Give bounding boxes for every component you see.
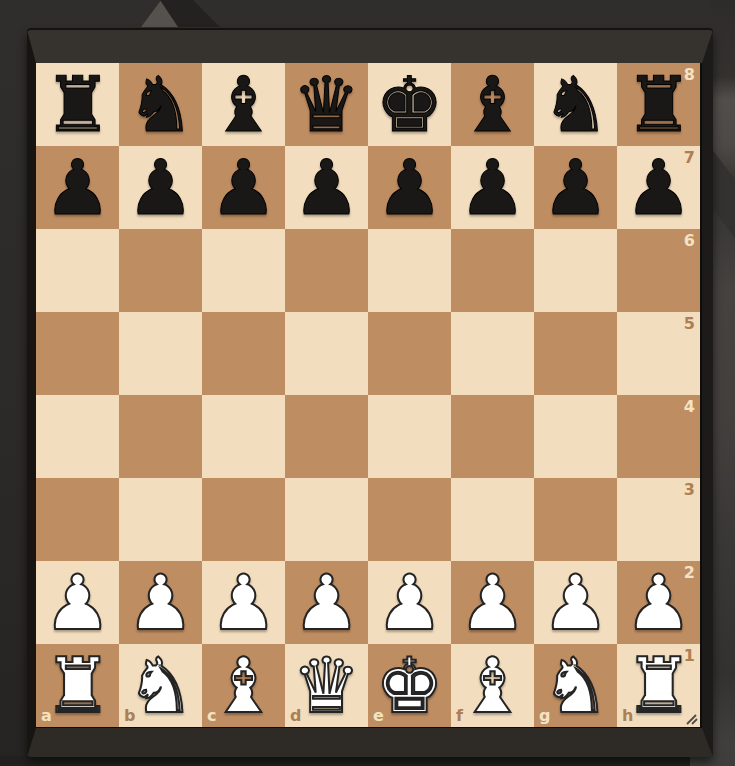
square-h6[interactable]: 6 (617, 229, 700, 312)
square-c1[interactable]: ♝c (202, 644, 285, 727)
square-a1[interactable]: ♜a (36, 644, 119, 727)
square-c4[interactable] (202, 395, 285, 478)
background-bottom-band (0, 756, 735, 766)
square-b8[interactable]: ♞ (119, 63, 202, 146)
square-e1[interactable]: ♚e (368, 644, 451, 727)
chess-board: ♜♞♝♛♚♝♞♜8♟♟♟♟♟♟♟♟76543♟♟♟♟♟♟♟♟2♜a♞b♝c♛d♚… (36, 63, 700, 727)
square-e6[interactable] (368, 229, 451, 312)
square-f4[interactable] (451, 395, 534, 478)
piece-black-pawn[interactable]: ♟ (458, 146, 526, 229)
square-d1[interactable]: ♛d (285, 644, 368, 727)
square-b5[interactable] (119, 312, 202, 395)
piece-white-pawn[interactable]: ♟ (375, 561, 443, 644)
square-b1[interactable]: ♞b (119, 644, 202, 727)
rank-label-8: 8 (684, 67, 695, 83)
square-d4[interactable] (285, 395, 368, 478)
square-b7[interactable]: ♟ (119, 146, 202, 229)
square-f6[interactable] (451, 229, 534, 312)
rank-label-3: 3 (684, 482, 695, 498)
piece-black-pawn[interactable]: ♟ (541, 146, 609, 229)
square-g4[interactable] (534, 395, 617, 478)
square-b4[interactable] (119, 395, 202, 478)
square-h4[interactable]: 4 (617, 395, 700, 478)
square-e5[interactable] (368, 312, 451, 395)
square-d8[interactable]: ♛ (285, 63, 368, 146)
square-a4[interactable] (36, 395, 119, 478)
background-photo-strip (711, 0, 735, 766)
piece-white-knight[interactable]: ♞ (126, 644, 194, 727)
file-label-a: a (41, 708, 52, 724)
piece-white-pawn[interactable]: ♟ (292, 561, 360, 644)
rank-label-6: 6 (684, 233, 695, 249)
square-d6[interactable] (285, 229, 368, 312)
piece-black-pawn[interactable]: ♟ (624, 146, 692, 229)
piece-black-pawn[interactable]: ♟ (375, 146, 443, 229)
square-h5[interactable]: 5 (617, 312, 700, 395)
file-label-b: b (124, 708, 135, 724)
piece-black-pawn[interactable]: ♟ (209, 146, 277, 229)
square-f5[interactable] (451, 312, 534, 395)
piece-white-pawn[interactable]: ♟ (624, 561, 692, 644)
square-c7[interactable]: ♟ (202, 146, 285, 229)
piece-white-queen[interactable]: ♛ (292, 644, 360, 727)
square-e3[interactable] (368, 478, 451, 561)
piece-black-rook[interactable]: ♜ (43, 63, 111, 146)
square-c2[interactable]: ♟ (202, 561, 285, 644)
square-f8[interactable]: ♝ (451, 63, 534, 146)
file-label-g: g (539, 708, 550, 724)
file-label-c: c (207, 708, 216, 724)
rank-label-4: 4 (684, 399, 695, 415)
piece-black-pawn[interactable]: ♟ (126, 146, 194, 229)
square-g7[interactable]: ♟ (534, 146, 617, 229)
square-g6[interactable] (534, 229, 617, 312)
piece-black-rook[interactable]: ♜ (624, 63, 692, 146)
piece-black-king[interactable]: ♚ (375, 63, 443, 146)
piece-white-pawn[interactable]: ♟ (126, 561, 194, 644)
square-a6[interactable] (36, 229, 119, 312)
square-f1[interactable]: ♝f (451, 644, 534, 727)
square-c8[interactable]: ♝ (202, 63, 285, 146)
square-d7[interactable]: ♟ (285, 146, 368, 229)
square-h3[interactable]: 3 (617, 478, 700, 561)
piece-black-knight[interactable]: ♞ (541, 63, 609, 146)
piece-white-pawn[interactable]: ♟ (209, 561, 277, 644)
square-c6[interactable] (202, 229, 285, 312)
square-e4[interactable] (368, 395, 451, 478)
square-b3[interactable] (119, 478, 202, 561)
piece-black-queen[interactable]: ♛ (292, 63, 360, 146)
file-label-f: f (456, 708, 463, 724)
square-f2[interactable]: ♟ (451, 561, 534, 644)
file-label-h: h (622, 708, 633, 724)
piece-white-knight[interactable]: ♞ (541, 644, 609, 727)
piece-black-bishop[interactable]: ♝ (458, 63, 526, 146)
square-d5[interactable] (285, 312, 368, 395)
square-a3[interactable] (36, 478, 119, 561)
piece-white-pawn[interactable]: ♟ (458, 561, 526, 644)
square-e2[interactable]: ♟ (368, 561, 451, 644)
square-g5[interactable] (534, 312, 617, 395)
square-e7[interactable]: ♟ (368, 146, 451, 229)
square-d2[interactable]: ♟ (285, 561, 368, 644)
square-h2[interactable]: ♟2 (617, 561, 700, 644)
square-b2[interactable]: ♟ (119, 561, 202, 644)
square-h7[interactable]: ♟7 (617, 146, 700, 229)
file-label-d: d (290, 708, 301, 724)
piece-white-pawn[interactable]: ♟ (43, 561, 111, 644)
piece-white-bishop[interactable]: ♝ (458, 644, 526, 727)
square-g3[interactable] (534, 478, 617, 561)
square-f7[interactable]: ♟ (451, 146, 534, 229)
rank-label-2: 2 (684, 565, 695, 581)
square-f3[interactable] (451, 478, 534, 561)
rank-label-5: 5 (684, 316, 695, 332)
piece-black-bishop[interactable]: ♝ (209, 63, 277, 146)
square-h1[interactable]: ♜1h (617, 644, 700, 727)
piece-white-bishop[interactable]: ♝ (209, 644, 277, 727)
board-resize-handle[interactable] (683, 710, 699, 726)
piece-black-knight[interactable]: ♞ (126, 63, 194, 146)
square-d3[interactable] (285, 478, 368, 561)
square-g8[interactable]: ♞ (534, 63, 617, 146)
piece-white-king[interactable]: ♚ (375, 644, 443, 727)
square-a2[interactable]: ♟ (36, 561, 119, 644)
square-a5[interactable] (36, 312, 119, 395)
piece-black-pawn[interactable]: ♟ (43, 146, 111, 229)
piece-black-pawn[interactable]: ♟ (292, 146, 360, 229)
file-label-e: e (373, 708, 384, 724)
piece-white-pawn[interactable]: ♟ (541, 561, 609, 644)
square-g2[interactable]: ♟ (534, 561, 617, 644)
square-a8[interactable]: ♜ (36, 63, 119, 146)
square-g1[interactable]: ♞g (534, 644, 617, 727)
square-b6[interactable] (119, 229, 202, 312)
rank-label-7: 7 (684, 150, 695, 166)
piece-white-rook[interactable]: ♜ (43, 644, 111, 727)
rank-label-1: 1 (684, 648, 695, 664)
square-c5[interactable] (202, 312, 285, 395)
square-h8[interactable]: ♜8 (617, 63, 700, 146)
square-e8[interactable]: ♚ (368, 63, 451, 146)
square-c3[interactable] (202, 478, 285, 561)
square-a7[interactable]: ♟ (36, 146, 119, 229)
